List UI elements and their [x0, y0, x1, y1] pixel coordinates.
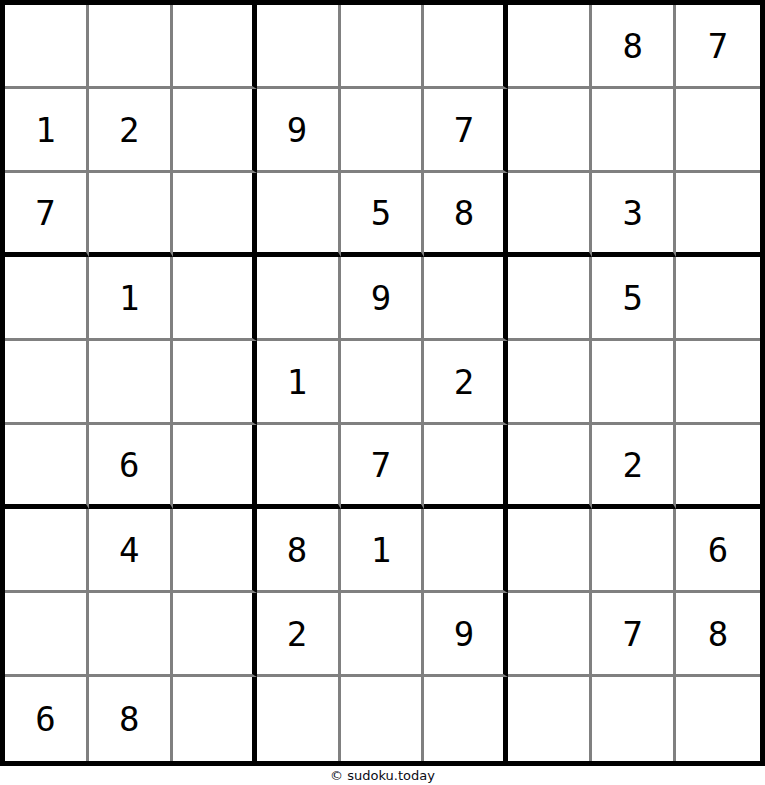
cell-r6c9[interactable] [676, 425, 760, 509]
cell-r4c9[interactable] [676, 257, 760, 341]
cell-r5c3[interactable] [173, 341, 257, 425]
cell-r4c2[interactable]: 1 [89, 257, 173, 341]
cell-r7c2[interactable]: 4 [89, 509, 173, 593]
cell-r8c1[interactable] [5, 593, 89, 677]
cell-r9c2[interactable]: 8 [89, 677, 173, 761]
cell-r2c3[interactable] [173, 89, 257, 173]
cell-r9c7[interactable] [508, 677, 592, 761]
cell-r1c4[interactable] [257, 5, 341, 89]
cell-r5c9[interactable] [676, 341, 760, 425]
cell-r2c1[interactable]: 1 [5, 89, 89, 173]
cell-r7c3[interactable] [173, 509, 257, 593]
credit-text: © sudoku.today [330, 768, 435, 783]
cell-r3c4[interactable] [257, 173, 341, 257]
cell-r2c2[interactable]: 2 [89, 89, 173, 173]
cell-r6c4[interactable] [257, 425, 341, 509]
cell-r7c5[interactable]: 1 [341, 509, 425, 593]
cell-r6c2[interactable]: 6 [89, 425, 173, 509]
cell-r9c3[interactable] [173, 677, 257, 761]
cell-r5c5[interactable] [341, 341, 425, 425]
credit-bar: © sudoku.today [0, 766, 765, 785]
cell-r6c1[interactable] [5, 425, 89, 509]
cell-r2c5[interactable] [341, 89, 425, 173]
cell-r5c1[interactable] [5, 341, 89, 425]
cell-r8c8[interactable]: 7 [592, 593, 676, 677]
cell-r3c6[interactable]: 8 [424, 173, 508, 257]
cell-r7c6[interactable] [424, 509, 508, 593]
cell-r8c3[interactable] [173, 593, 257, 677]
cell-r3c2[interactable] [89, 173, 173, 257]
cell-r2c6[interactable]: 7 [424, 89, 508, 173]
cell-r6c7[interactable] [508, 425, 592, 509]
cell-r1c7[interactable] [508, 5, 592, 89]
cell-r2c8[interactable] [592, 89, 676, 173]
cell-r7c1[interactable] [5, 509, 89, 593]
cell-r1c1[interactable] [5, 5, 89, 89]
cell-r4c3[interactable] [173, 257, 257, 341]
cell-r6c5[interactable]: 7 [341, 425, 425, 509]
cell-r7c9[interactable]: 6 [676, 509, 760, 593]
cell-r5c8[interactable] [592, 341, 676, 425]
cell-r6c3[interactable] [173, 425, 257, 509]
cell-r9c9[interactable] [676, 677, 760, 761]
cell-r4c7[interactable] [508, 257, 592, 341]
cell-r1c2[interactable] [89, 5, 173, 89]
cell-r3c8[interactable]: 3 [592, 173, 676, 257]
cell-r3c9[interactable] [676, 173, 760, 257]
cell-r8c9[interactable]: 8 [676, 593, 760, 677]
cell-r1c9[interactable]: 7 [676, 5, 760, 89]
cell-r4c1[interactable] [5, 257, 89, 341]
cell-r6c8[interactable]: 2 [592, 425, 676, 509]
cell-r8c6[interactable]: 9 [424, 593, 508, 677]
cell-r8c5[interactable] [341, 593, 425, 677]
cell-r9c1[interactable]: 6 [5, 677, 89, 761]
cell-r9c5[interactable] [341, 677, 425, 761]
cell-r4c6[interactable] [424, 257, 508, 341]
cell-r2c4[interactable]: 9 [257, 89, 341, 173]
cell-r9c6[interactable] [424, 677, 508, 761]
cell-r7c4[interactable]: 8 [257, 509, 341, 593]
cell-r8c4[interactable]: 2 [257, 593, 341, 677]
cell-r2c9[interactable] [676, 89, 760, 173]
cell-r4c5[interactable]: 9 [341, 257, 425, 341]
cell-r6c6[interactable] [424, 425, 508, 509]
cell-r8c7[interactable] [508, 593, 592, 677]
cell-r1c3[interactable] [173, 5, 257, 89]
cell-r4c8[interactable]: 5 [592, 257, 676, 341]
cell-r3c7[interactable] [508, 173, 592, 257]
cell-r5c4[interactable]: 1 [257, 341, 341, 425]
cell-r5c2[interactable] [89, 341, 173, 425]
cell-r8c2[interactable] [89, 593, 173, 677]
cell-r3c3[interactable] [173, 173, 257, 257]
cell-r5c6[interactable]: 2 [424, 341, 508, 425]
sudoku-board: 8712977583195126724816297868 [0, 0, 765, 766]
cell-r1c8[interactable]: 8 [592, 5, 676, 89]
cell-r1c6[interactable] [424, 5, 508, 89]
cell-r9c8[interactable] [592, 677, 676, 761]
cell-r1c5[interactable] [341, 5, 425, 89]
cell-r4c4[interactable] [257, 257, 341, 341]
cell-r7c8[interactable] [592, 509, 676, 593]
cell-r7c7[interactable] [508, 509, 592, 593]
cell-r3c1[interactable]: 7 [5, 173, 89, 257]
cell-r3c5[interactable]: 5 [341, 173, 425, 257]
cell-r9c4[interactable] [257, 677, 341, 761]
cell-r2c7[interactable] [508, 89, 592, 173]
cell-r5c7[interactable] [508, 341, 592, 425]
